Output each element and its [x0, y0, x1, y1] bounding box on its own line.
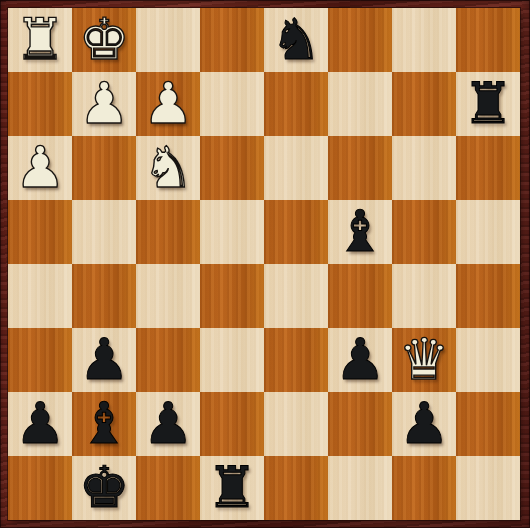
square-b8[interactable]: ♚	[72, 8, 136, 72]
square-b4[interactable]	[72, 264, 136, 328]
square-c5[interactable]	[136, 200, 200, 264]
square-g7[interactable]	[392, 72, 456, 136]
square-a3[interactable]	[8, 328, 72, 392]
square-f7[interactable]	[328, 72, 392, 136]
square-g2[interactable]: ♟	[392, 392, 456, 456]
square-a1[interactable]	[8, 456, 72, 520]
square-g6[interactable]	[392, 136, 456, 200]
square-g1[interactable]	[392, 456, 456, 520]
square-h8[interactable]	[456, 8, 520, 72]
square-c4[interactable]	[136, 264, 200, 328]
square-g5[interactable]	[392, 200, 456, 264]
black-bishop-b2[interactable]: ♝	[78, 395, 129, 452]
square-b7[interactable]: ♟	[72, 72, 136, 136]
black-pawn-f3[interactable]: ♟	[334, 331, 385, 388]
chess-board: ♜♚♞♟♟♜♟♞♝♟♟♛♟♝♟♟♚♜	[8, 8, 520, 520]
square-b5[interactable]	[72, 200, 136, 264]
square-h1[interactable]	[456, 456, 520, 520]
white-knight-c6[interactable]: ♞	[142, 139, 193, 196]
square-b1[interactable]: ♚	[72, 456, 136, 520]
square-c2[interactable]: ♟	[136, 392, 200, 456]
square-a7[interactable]	[8, 72, 72, 136]
square-f6[interactable]	[328, 136, 392, 200]
square-d7[interactable]	[200, 72, 264, 136]
square-d8[interactable]	[200, 8, 264, 72]
black-knight-e8[interactable]: ♞	[270, 11, 321, 68]
square-e1[interactable]	[264, 456, 328, 520]
square-a5[interactable]	[8, 200, 72, 264]
square-e5[interactable]	[264, 200, 328, 264]
black-bishop-f5[interactable]: ♝	[334, 203, 385, 260]
square-c8[interactable]	[136, 8, 200, 72]
black-king-b1[interactable]: ♚	[78, 459, 129, 516]
square-b2[interactable]: ♝	[72, 392, 136, 456]
square-g4[interactable]	[392, 264, 456, 328]
black-pawn-c2[interactable]: ♟	[142, 395, 193, 452]
square-b6[interactable]	[72, 136, 136, 200]
square-h7[interactable]: ♜	[456, 72, 520, 136]
white-rook-a8[interactable]: ♜	[14, 11, 65, 68]
square-e6[interactable]	[264, 136, 328, 200]
white-pawn-c7[interactable]: ♟	[142, 75, 193, 132]
square-f3[interactable]: ♟	[328, 328, 392, 392]
square-d2[interactable]	[200, 392, 264, 456]
square-d3[interactable]	[200, 328, 264, 392]
square-f8[interactable]	[328, 8, 392, 72]
black-pawn-b3[interactable]: ♟	[78, 331, 129, 388]
square-f4[interactable]	[328, 264, 392, 328]
square-h5[interactable]	[456, 200, 520, 264]
square-h2[interactable]	[456, 392, 520, 456]
square-e7[interactable]	[264, 72, 328, 136]
square-f2[interactable]	[328, 392, 392, 456]
square-f5[interactable]: ♝	[328, 200, 392, 264]
square-c3[interactable]	[136, 328, 200, 392]
square-c6[interactable]: ♞	[136, 136, 200, 200]
square-g3[interactable]: ♛	[392, 328, 456, 392]
black-rook-d1[interactable]: ♜	[206, 459, 257, 516]
square-e8[interactable]: ♞	[264, 8, 328, 72]
board-frame: ♜♚♞♟♟♜♟♞♝♟♟♛♟♝♟♟♚♜	[0, 0, 530, 528]
square-h4[interactable]	[456, 264, 520, 328]
square-a6[interactable]: ♟	[8, 136, 72, 200]
square-a8[interactable]: ♜	[8, 8, 72, 72]
square-d6[interactable]	[200, 136, 264, 200]
square-g8[interactable]	[392, 8, 456, 72]
square-e4[interactable]	[264, 264, 328, 328]
square-e3[interactable]	[264, 328, 328, 392]
square-c7[interactable]: ♟	[136, 72, 200, 136]
square-d5[interactable]	[200, 200, 264, 264]
square-a4[interactable]	[8, 264, 72, 328]
black-rook-h7[interactable]: ♜	[462, 75, 513, 132]
square-e2[interactable]	[264, 392, 328, 456]
square-h6[interactable]	[456, 136, 520, 200]
square-b3[interactable]: ♟	[72, 328, 136, 392]
white-pawn-b7[interactable]: ♟	[78, 75, 129, 132]
white-queen-g3[interactable]: ♛	[398, 331, 449, 388]
black-pawn-g2[interactable]: ♟	[398, 395, 449, 452]
white-pawn-a6[interactable]: ♟	[14, 139, 65, 196]
square-a2[interactable]: ♟	[8, 392, 72, 456]
square-f1[interactable]	[328, 456, 392, 520]
square-c1[interactable]	[136, 456, 200, 520]
square-d1[interactable]: ♜	[200, 456, 264, 520]
white-king-b8[interactable]: ♚	[78, 11, 129, 68]
square-d4[interactable]	[200, 264, 264, 328]
black-pawn-a2[interactable]: ♟	[14, 395, 65, 452]
square-h3[interactable]	[456, 328, 520, 392]
